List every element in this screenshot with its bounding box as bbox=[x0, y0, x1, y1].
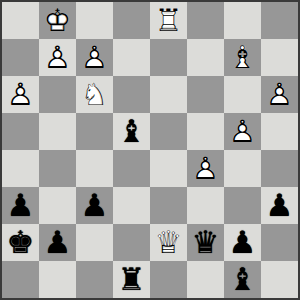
square-g2[interactable]: ♟ bbox=[224, 224, 261, 261]
white-pawn: ♟♙ bbox=[39, 39, 76, 76]
square-a2[interactable]: ♚ bbox=[2, 224, 39, 261]
white-knight: ♞♘ bbox=[76, 76, 113, 113]
square-f8[interactable] bbox=[187, 2, 224, 39]
black-queen: ♛ bbox=[187, 224, 224, 261]
square-h4[interactable] bbox=[261, 150, 298, 187]
square-a3[interactable]: ♟ bbox=[2, 187, 39, 224]
white-pawn: ♟♙ bbox=[261, 76, 298, 113]
square-f1[interactable] bbox=[187, 261, 224, 298]
square-b2[interactable]: ♟ bbox=[39, 224, 76, 261]
square-d8[interactable] bbox=[113, 2, 150, 39]
white-pawn: ♟♙ bbox=[187, 150, 224, 187]
square-b7[interactable]: ♟♙ bbox=[39, 39, 76, 76]
black-pawn: ♟ bbox=[39, 224, 76, 261]
square-d6[interactable] bbox=[113, 76, 150, 113]
square-f2[interactable]: ♛ bbox=[187, 224, 224, 261]
square-c7[interactable]: ♟♙ bbox=[76, 39, 113, 76]
white-queen: ♛♕ bbox=[150, 224, 187, 261]
square-c5[interactable] bbox=[76, 113, 113, 150]
square-h1[interactable] bbox=[261, 261, 298, 298]
square-d2[interactable] bbox=[113, 224, 150, 261]
square-h6[interactable]: ♟♙ bbox=[261, 76, 298, 113]
square-d3[interactable] bbox=[113, 187, 150, 224]
chess-board: ♚♔♜♖♟♙♟♙♝♗♟♙♞♘♟♙♝♟♙♟♙♟♟♟♚♟♛♕♛♟♜♝ bbox=[0, 0, 300, 300]
square-a8[interactable] bbox=[2, 2, 39, 39]
white-pawn: ♟♙ bbox=[2, 76, 39, 113]
square-a4[interactable] bbox=[2, 150, 39, 187]
square-g4[interactable] bbox=[224, 150, 261, 187]
square-b5[interactable] bbox=[39, 113, 76, 150]
square-f5[interactable] bbox=[187, 113, 224, 150]
square-c2[interactable] bbox=[76, 224, 113, 261]
square-a6[interactable]: ♟♙ bbox=[2, 76, 39, 113]
square-f4[interactable]: ♟♙ bbox=[187, 150, 224, 187]
square-e5[interactable] bbox=[150, 113, 187, 150]
square-d7[interactable] bbox=[113, 39, 150, 76]
square-b4[interactable] bbox=[39, 150, 76, 187]
chess-board-grid: ♚♔♜♖♟♙♟♙♝♗♟♙♞♘♟♙♝♟♙♟♙♟♟♟♚♟♛♕♛♟♜♝ bbox=[2, 2, 298, 298]
square-h2[interactable] bbox=[261, 224, 298, 261]
black-pawn: ♟ bbox=[261, 187, 298, 224]
black-bishop: ♝ bbox=[224, 261, 261, 298]
square-c4[interactable] bbox=[76, 150, 113, 187]
square-e6[interactable] bbox=[150, 76, 187, 113]
square-c6[interactable]: ♞♘ bbox=[76, 76, 113, 113]
square-g5[interactable]: ♟♙ bbox=[224, 113, 261, 150]
square-a5[interactable] bbox=[2, 113, 39, 150]
square-h3[interactable]: ♟ bbox=[261, 187, 298, 224]
white-rook: ♜♖ bbox=[150, 2, 187, 39]
square-h7[interactable] bbox=[261, 39, 298, 76]
square-h5[interactable] bbox=[261, 113, 298, 150]
square-e1[interactable] bbox=[150, 261, 187, 298]
square-f3[interactable] bbox=[187, 187, 224, 224]
white-pawn: ♟♙ bbox=[224, 113, 261, 150]
square-g8[interactable] bbox=[224, 2, 261, 39]
black-pawn: ♟ bbox=[2, 187, 39, 224]
white-bishop: ♝♗ bbox=[224, 39, 261, 76]
square-h8[interactable] bbox=[261, 2, 298, 39]
square-d1[interactable]: ♜ bbox=[113, 261, 150, 298]
square-b8[interactable]: ♚♔ bbox=[39, 2, 76, 39]
square-d4[interactable] bbox=[113, 150, 150, 187]
black-pawn: ♟ bbox=[76, 187, 113, 224]
square-c8[interactable] bbox=[76, 2, 113, 39]
square-g1[interactable]: ♝ bbox=[224, 261, 261, 298]
square-d5[interactable]: ♝ bbox=[113, 113, 150, 150]
square-f6[interactable] bbox=[187, 76, 224, 113]
square-a1[interactable] bbox=[2, 261, 39, 298]
black-king: ♚ bbox=[2, 224, 39, 261]
black-rook: ♜ bbox=[113, 261, 150, 298]
square-e2[interactable]: ♛♕ bbox=[150, 224, 187, 261]
black-bishop: ♝ bbox=[113, 113, 150, 150]
square-e7[interactable] bbox=[150, 39, 187, 76]
square-b6[interactable] bbox=[39, 76, 76, 113]
square-e8[interactable]: ♜♖ bbox=[150, 2, 187, 39]
square-b1[interactable] bbox=[39, 261, 76, 298]
square-c1[interactable] bbox=[76, 261, 113, 298]
square-f7[interactable] bbox=[187, 39, 224, 76]
square-e3[interactable] bbox=[150, 187, 187, 224]
square-e4[interactable] bbox=[150, 150, 187, 187]
square-b3[interactable] bbox=[39, 187, 76, 224]
square-a7[interactable] bbox=[2, 39, 39, 76]
square-c3[interactable]: ♟ bbox=[76, 187, 113, 224]
square-g6[interactable] bbox=[224, 76, 261, 113]
square-g3[interactable] bbox=[224, 187, 261, 224]
black-pawn: ♟ bbox=[224, 224, 261, 261]
square-g7[interactable]: ♝♗ bbox=[224, 39, 261, 76]
white-king: ♚♔ bbox=[39, 2, 76, 39]
white-pawn: ♟♙ bbox=[76, 39, 113, 76]
